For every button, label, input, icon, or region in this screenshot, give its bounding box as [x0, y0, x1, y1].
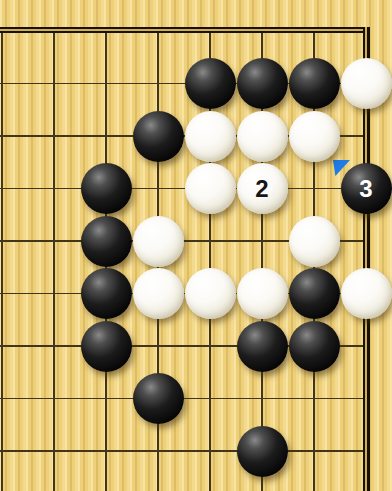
- white-stone: [237, 111, 288, 162]
- intersection[interactable]: [0, 110, 28, 163]
- intersection[interactable]: [132, 110, 184, 163]
- intersection[interactable]: [236, 267, 288, 320]
- intersection[interactable]: [236, 425, 288, 478]
- intersection[interactable]: [184, 57, 236, 110]
- intersection[interactable]: [340, 57, 392, 110]
- black-stone: [237, 58, 288, 109]
- intersection[interactable]: [28, 110, 80, 163]
- white-stone: [237, 268, 288, 319]
- go-board[interactable]: 23: [0, 0, 392, 491]
- intersection[interactable]: [0, 425, 28, 478]
- black-stone: [81, 163, 132, 214]
- intersection[interactable]: [132, 57, 184, 110]
- black-stone: [289, 268, 340, 319]
- intersection[interactable]: [340, 215, 392, 268]
- intersection[interactable]: [28, 5, 80, 58]
- black-stone: [185, 58, 236, 109]
- intersection[interactable]: [184, 5, 236, 58]
- black-stone: [237, 321, 288, 372]
- intersection[interactable]: [288, 110, 340, 163]
- white-stone: [185, 163, 236, 214]
- intersection[interactable]: [288, 372, 340, 425]
- white-stone: [289, 111, 340, 162]
- intersection[interactable]: [28, 425, 80, 478]
- intersection[interactable]: 3: [340, 162, 392, 215]
- white-stone: [341, 268, 392, 319]
- intersection[interactable]: [80, 372, 132, 425]
- intersection[interactable]: [80, 5, 132, 58]
- black-stone: [289, 321, 340, 372]
- black-stone: 3: [341, 163, 392, 214]
- move-number-label: 2: [255, 177, 268, 201]
- intersection[interactable]: [80, 162, 132, 215]
- intersection[interactable]: [288, 215, 340, 268]
- intersection[interactable]: [80, 57, 132, 110]
- intersection[interactable]: [236, 215, 288, 268]
- white-stone: [185, 268, 236, 319]
- intersection[interactable]: [288, 425, 340, 478]
- white-stone: [289, 216, 340, 267]
- black-stone: [133, 111, 184, 162]
- intersection[interactable]: [288, 267, 340, 320]
- intersection[interactable]: [80, 267, 132, 320]
- intersection[interactable]: [0, 5, 28, 58]
- intersection[interactable]: [236, 372, 288, 425]
- intersection[interactable]: [80, 110, 132, 163]
- intersection[interactable]: [132, 5, 184, 58]
- black-stone: [81, 321, 132, 372]
- white-stone: [341, 58, 392, 109]
- intersection[interactable]: [132, 162, 184, 215]
- intersection[interactable]: [236, 320, 288, 373]
- intersection[interactable]: [0, 320, 28, 373]
- intersection[interactable]: [132, 425, 184, 478]
- white-stone: [133, 268, 184, 319]
- intersection[interactable]: [340, 372, 392, 425]
- intersection[interactable]: [340, 425, 392, 478]
- intersection[interactable]: [340, 110, 392, 163]
- intersection[interactable]: [0, 57, 28, 110]
- intersection[interactable]: [80, 320, 132, 373]
- intersection[interactable]: [0, 267, 28, 320]
- black-stone: [133, 373, 184, 424]
- intersection[interactable]: [184, 320, 236, 373]
- intersection[interactable]: [28, 267, 80, 320]
- intersection[interactable]: [184, 110, 236, 163]
- board-intersection-grid: 23: [0, 5, 392, 478]
- intersection[interactable]: [184, 425, 236, 478]
- intersection[interactable]: [184, 215, 236, 268]
- intersection[interactable]: [340, 267, 392, 320]
- white-stone: [185, 111, 236, 162]
- intersection[interactable]: [80, 215, 132, 268]
- intersection[interactable]: [288, 162, 340, 215]
- intersection[interactable]: [184, 162, 236, 215]
- intersection[interactable]: [288, 320, 340, 373]
- intersection[interactable]: [132, 372, 184, 425]
- intersection[interactable]: [184, 372, 236, 425]
- white-stone: [133, 216, 184, 267]
- black-stone: [81, 268, 132, 319]
- intersection[interactable]: [236, 57, 288, 110]
- black-stone: [237, 426, 288, 477]
- intersection[interactable]: [28, 320, 80, 373]
- intersection[interactable]: [340, 320, 392, 373]
- intersection[interactable]: [184, 267, 236, 320]
- intersection[interactable]: [132, 320, 184, 373]
- move-number-label: 3: [359, 177, 372, 201]
- intersection[interactable]: 2: [236, 162, 288, 215]
- intersection[interactable]: [80, 425, 132, 478]
- intersection[interactable]: [132, 215, 184, 268]
- white-stone: 2: [237, 163, 288, 214]
- intersection[interactable]: [288, 57, 340, 110]
- intersection[interactable]: [0, 372, 28, 425]
- intersection[interactable]: [28, 162, 80, 215]
- intersection[interactable]: [340, 5, 392, 58]
- intersection[interactable]: [28, 57, 80, 110]
- intersection[interactable]: [28, 215, 80, 268]
- intersection[interactable]: [0, 162, 28, 215]
- intersection[interactable]: [132, 267, 184, 320]
- intersection[interactable]: [28, 372, 80, 425]
- intersection[interactable]: [288, 5, 340, 58]
- black-stone: [81, 216, 132, 267]
- intersection[interactable]: [236, 5, 288, 58]
- intersection[interactable]: [236, 110, 288, 163]
- intersection[interactable]: [0, 215, 28, 268]
- black-stone: [289, 58, 340, 109]
